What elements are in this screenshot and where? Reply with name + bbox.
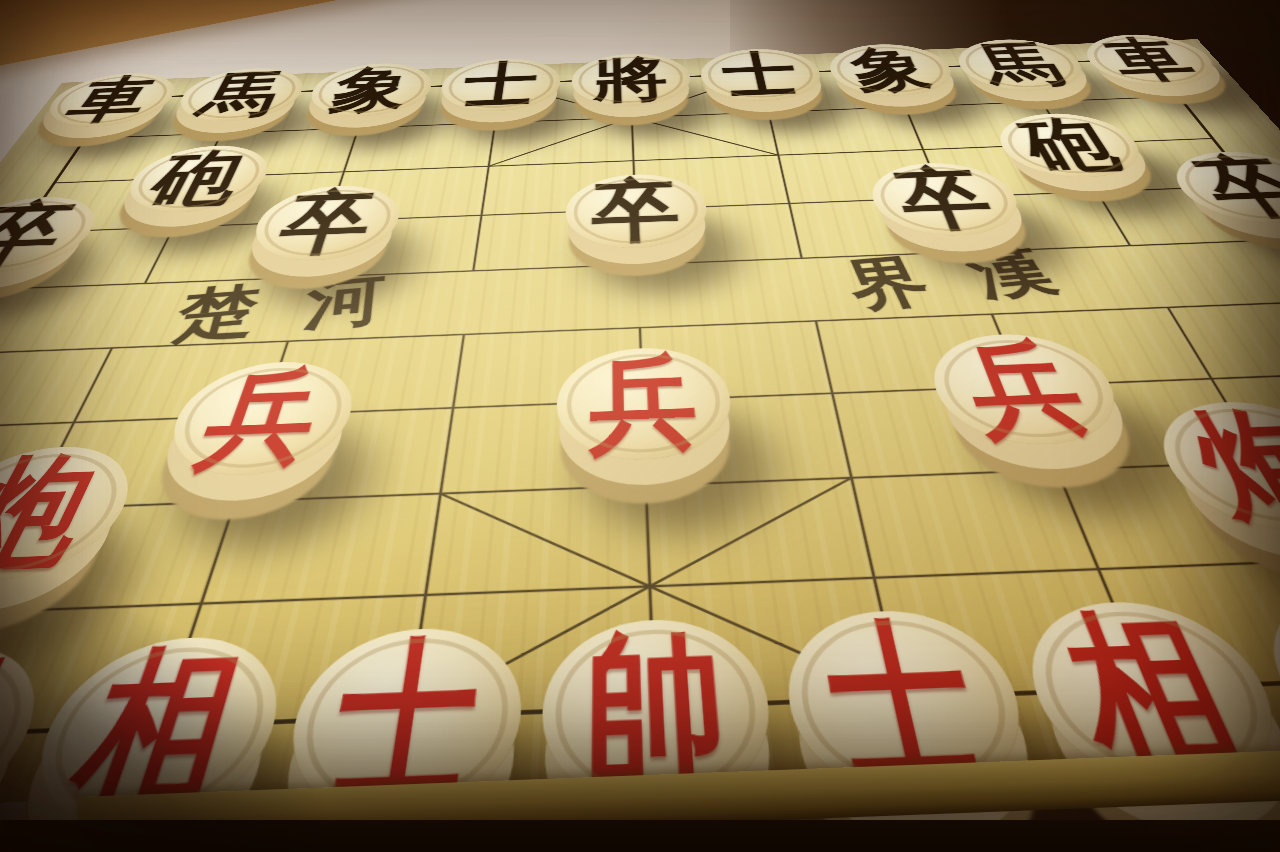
piece-character: 象	[844, 45, 937, 95]
intersection-d7[interactable]	[411, 141, 563, 193]
intersection-e0[interactable]: 帥	[527, 639, 787, 782]
intersection-f3[interactable]	[733, 352, 941, 437]
piece-character: 炮	[1173, 404, 1280, 527]
intersection-d6[interactable]	[398, 187, 560, 245]
piece-character: 兵	[588, 350, 701, 457]
intersection-c6[interactable]: 卒	[239, 193, 410, 251]
piece-character: 士	[719, 49, 803, 99]
intersection-f2[interactable]	[743, 430, 970, 530]
intersection-f9[interactable]: 士	[693, 54, 831, 95]
intersection-f7[interactable]	[703, 130, 858, 181]
intersection-f6[interactable]	[709, 176, 875, 233]
piece-character: 兵	[189, 364, 331, 473]
piece-character: 馬	[0, 650, 22, 834]
piece-character: 卒	[270, 187, 380, 259]
piece-character: 兵	[951, 336, 1101, 442]
intersection-g6[interactable]: 卒	[858, 170, 1033, 227]
intersection-d9[interactable]: 士	[432, 63, 567, 105]
background-below-board	[0, 820, 1280, 852]
intersection-f4[interactable]	[724, 285, 915, 359]
intersection-h9[interactable]: 馬	[945, 44, 1097, 85]
piece-character: 卒	[888, 164, 1003, 234]
intersection-e3[interactable]: 兵	[546, 359, 743, 445]
intersection-f0[interactable]: 士	[770, 630, 1048, 772]
intersection-e6[interactable]: 卒	[557, 181, 716, 239]
intersection-g9[interactable]: 象	[819, 49, 964, 90]
piece-character: 車	[1095, 35, 1206, 84]
intersection-d4[interactable]	[367, 298, 553, 373]
piece-character: 象	[325, 64, 414, 116]
piece-character: 卒	[591, 175, 682, 246]
piece-character: 馬	[970, 40, 1072, 90]
intersection-d0[interactable]: 士	[267, 648, 534, 792]
intersection-g0[interactable]: 相	[1005, 621, 1280, 762]
board-grid: 車馬象士將士象馬車砲砲卒卒卒卒卒兵兵兵兵兵炮炮車馬相士帥士相馬車	[0, 39, 1280, 822]
board-scene: 楚河 界漢 車馬象士將士象馬車砲砲卒卒卒卒卒兵兵兵兵兵炮炮車馬相士帥士相馬車	[0, 0, 1280, 852]
intersection-d5[interactable]	[384, 239, 557, 305]
intersection-f5[interactable]	[716, 227, 894, 292]
intersection-b9[interactable]: 馬	[166, 73, 315, 115]
intersection-b7[interactable]: 砲	[112, 152, 281, 204]
piece-character: 士	[459, 59, 539, 110]
intersection-c3[interactable]: 兵	[151, 373, 367, 460]
intersection-c9[interactable]: 象	[299, 68, 441, 110]
piece-character: 砲	[1011, 114, 1129, 176]
piece-character: 卒	[1184, 153, 1280, 222]
intersection-e9[interactable]: 將	[565, 58, 698, 100]
xiangqi-photo-scene: 楚河 界漢 車馬象士將士象馬車砲砲卒卒卒卒卒兵兵兵兵兵炮炮車馬相士帥士相馬車	[0, 0, 1280, 852]
piece-character: 將	[593, 54, 669, 105]
intersection-i9[interactable]: 車	[1071, 39, 1229, 80]
intersection-d3[interactable]	[348, 366, 550, 453]
intersection-d2[interactable]	[326, 445, 546, 546]
xiangqi-board: 楚河 界漢 車馬象士將士象馬車砲砲卒卒卒卒卒兵兵兵兵兵炮炮車馬相士帥士相馬車	[0, 39, 1280, 822]
